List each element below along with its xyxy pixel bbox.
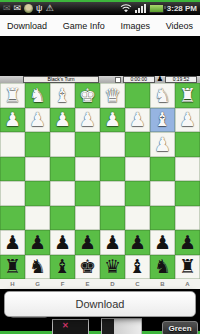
square-a2: ♟ bbox=[175, 108, 200, 133]
file-labels-strip: HGFEDCBA bbox=[0, 279, 200, 289]
warning-icon: ⚠ bbox=[46, 2, 54, 15]
white-pawn: ♟ bbox=[29, 110, 46, 129]
square-e8: ♚ bbox=[75, 255, 100, 280]
square-c1 bbox=[125, 83, 150, 108]
square-f6 bbox=[50, 206, 75, 231]
black-pawn: ♟ bbox=[154, 233, 171, 252]
square-b4 bbox=[150, 157, 175, 182]
tab-game-info[interactable]: Game Info bbox=[63, 21, 105, 31]
square-g7: ♟ bbox=[25, 230, 50, 255]
square-f8: ♝ bbox=[50, 255, 75, 280]
green-style-button: Green bbox=[162, 321, 198, 334]
square-b5 bbox=[150, 181, 175, 206]
square-c5 bbox=[125, 181, 150, 206]
square-e7: ♟ bbox=[75, 230, 100, 255]
square-e6 bbox=[75, 206, 100, 231]
tab-bar: DownloadGame InfoImagesVideos bbox=[0, 15, 200, 36]
square-a4 bbox=[175, 157, 200, 182]
square-h5 bbox=[0, 181, 25, 206]
square-c3 bbox=[125, 132, 150, 157]
notification-avatar-icon bbox=[24, 4, 33, 13]
square-g6 bbox=[25, 206, 50, 231]
square-d1: ♛ bbox=[100, 83, 125, 108]
black-queen: ♛ bbox=[104, 257, 121, 276]
square-g4 bbox=[25, 157, 50, 182]
square-e2: ♟ bbox=[75, 108, 100, 133]
white-pawn: ♟ bbox=[179, 110, 196, 129]
status-clock: 3:28 PM bbox=[167, 4, 197, 13]
square-h2: ♟ bbox=[0, 108, 25, 133]
square-g3 bbox=[25, 132, 50, 157]
square-f1: ♝ bbox=[50, 83, 75, 108]
square-h8: ♜ bbox=[0, 255, 25, 280]
square-a6 bbox=[175, 206, 200, 231]
square-h1: ♜ bbox=[0, 83, 25, 108]
square-e4 bbox=[75, 157, 100, 182]
white-pawn: ♟ bbox=[79, 110, 96, 129]
square-d5 bbox=[100, 181, 125, 206]
file-label-b: B bbox=[150, 279, 175, 289]
white-king: ♚ bbox=[79, 86, 96, 105]
square-g5 bbox=[25, 181, 50, 206]
square-a5 bbox=[175, 181, 200, 206]
black-pawn: ♟ bbox=[129, 233, 146, 252]
square-b2: ♝ bbox=[150, 108, 175, 133]
square-a3 bbox=[175, 132, 200, 157]
battery-icon bbox=[149, 4, 164, 13]
black-pawn: ♟ bbox=[4, 233, 21, 252]
turn-indicator: Black's Turn bbox=[23, 76, 99, 83]
square-h6 bbox=[0, 206, 25, 231]
black-rook: ♜ bbox=[4, 257, 21, 276]
square-e5 bbox=[75, 181, 100, 206]
square-b8: ♞ bbox=[150, 255, 175, 280]
square-d6 bbox=[100, 206, 125, 231]
black-pawn: ♟ bbox=[29, 233, 46, 252]
square-f4 bbox=[50, 157, 75, 182]
square-a8: ♜ bbox=[175, 255, 200, 280]
file-label-f: F bbox=[50, 279, 75, 289]
square-h3 bbox=[0, 132, 25, 157]
file-label-h: H bbox=[0, 279, 25, 289]
file-label-e: E bbox=[75, 279, 100, 289]
game-clock-bar: Black's Turn 0:00:00 ♟ 0:19:52 bbox=[0, 76, 200, 83]
status-bar: ✉ ✉ ψ ⚠ 3:28 PM bbox=[0, 2, 200, 15]
player-left-thumbnail: ✕ bbox=[52, 319, 89, 334]
download-button[interactable]: Download bbox=[4, 291, 196, 317]
envelope-icon: ✉ bbox=[14, 2, 22, 15]
white-bishop: ♝ bbox=[154, 110, 171, 129]
square-a1: ♜ bbox=[175, 83, 200, 108]
chess-board: ♜♞♝♚♛♞♜♟♟♟♟♟♟♝♟♟♟♟♟♟♟♟♟♟♜♞♝♚♛♝♞♜ bbox=[0, 83, 200, 279]
white-pawn: ♟ bbox=[54, 110, 71, 129]
wifi-icon bbox=[120, 4, 132, 13]
black-rook: ♜ bbox=[179, 257, 196, 276]
square-g1: ♞ bbox=[25, 83, 50, 108]
square-c2: ♟ bbox=[125, 108, 150, 133]
white-knight: ♞ bbox=[154, 86, 171, 105]
square-g2: ♟ bbox=[25, 108, 50, 133]
square-d7: ♟ bbox=[100, 230, 125, 255]
square-c7: ♟ bbox=[125, 230, 150, 255]
square-c6 bbox=[125, 206, 150, 231]
white-clock-icon bbox=[115, 77, 121, 83]
square-b6 bbox=[150, 206, 175, 231]
tab-images[interactable]: Images bbox=[120, 21, 150, 31]
square-f3 bbox=[50, 132, 75, 157]
usb-icon: ψ bbox=[36, 2, 42, 15]
tab-videos[interactable]: Videos bbox=[166, 21, 193, 31]
square-f5 bbox=[50, 181, 75, 206]
black-king: ♚ bbox=[79, 257, 96, 276]
player-right-thumbnail bbox=[101, 318, 142, 334]
black-pawn: ♟ bbox=[104, 233, 121, 252]
black-knight: ♞ bbox=[29, 257, 46, 276]
square-b7: ♟ bbox=[150, 230, 175, 255]
white-pawn: ♟ bbox=[154, 135, 171, 154]
square-b3: ♟ bbox=[150, 132, 175, 157]
black-bishop: ♝ bbox=[129, 257, 146, 276]
app-screen: ✉ ✉ ψ ⚠ 3:28 PM DownloadGame InfoImagesV… bbox=[0, 0, 200, 334]
square-h7: ♟ bbox=[0, 230, 25, 255]
square-e1: ♚ bbox=[75, 83, 100, 108]
square-e3 bbox=[75, 132, 100, 157]
square-d3 bbox=[100, 132, 125, 157]
white-knight: ♞ bbox=[29, 86, 46, 105]
file-label-d: D bbox=[100, 279, 125, 289]
square-c4 bbox=[125, 157, 150, 182]
square-d8: ♛ bbox=[100, 255, 125, 280]
square-d4 bbox=[100, 157, 125, 182]
square-h4 bbox=[0, 157, 25, 182]
square-c8: ♝ bbox=[125, 255, 150, 280]
square-f7: ♟ bbox=[50, 230, 75, 255]
black-bishop: ♝ bbox=[54, 257, 71, 276]
white-rook: ♜ bbox=[179, 86, 196, 105]
file-label-c: C bbox=[125, 279, 150, 289]
black-pawn-icon: ♟ bbox=[157, 76, 163, 83]
white-pawn: ♟ bbox=[129, 110, 146, 129]
square-g8: ♞ bbox=[25, 255, 50, 280]
square-b1: ♞ bbox=[150, 83, 175, 108]
white-rook: ♜ bbox=[4, 86, 21, 105]
tab-download[interactable]: Download bbox=[7, 21, 47, 31]
square-a7: ♟ bbox=[175, 230, 200, 255]
white-bishop: ♝ bbox=[54, 86, 71, 105]
square-d2: ♟ bbox=[100, 108, 125, 133]
file-label-a: A bbox=[175, 279, 200, 289]
black-pawn: ♟ bbox=[79, 233, 96, 252]
white-pawn: ♟ bbox=[104, 110, 121, 129]
white-pawn: ♟ bbox=[4, 110, 21, 129]
signal-strength-icon bbox=[135, 4, 146, 13]
black-pawn: ♟ bbox=[179, 233, 196, 252]
black-pawn: ♟ bbox=[54, 233, 71, 252]
envelope-dim-icon: ✉ bbox=[3, 2, 11, 15]
file-label-g: G bbox=[25, 279, 50, 289]
white-clock: 0:00:00 bbox=[123, 76, 155, 83]
game-screenshot[interactable]: Black's Turn 0:00:00 ♟ 0:19:52 ♜♞♝♚♛♞♜♟♟… bbox=[0, 36, 200, 332]
black-clock: 0:19:52 bbox=[165, 76, 197, 83]
black-knight: ♞ bbox=[154, 257, 171, 276]
x-mark-icon: ✕ bbox=[62, 321, 69, 330]
square-f2: ♟ bbox=[50, 108, 75, 133]
white-queen: ♛ bbox=[104, 86, 121, 105]
